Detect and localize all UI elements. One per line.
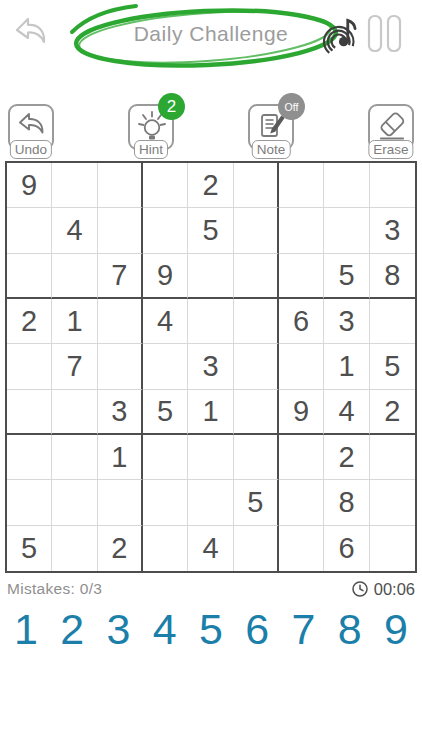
cell-r1c9[interactable] [370,163,415,208]
undo-label: Undo [10,140,52,159]
cell-r1c5[interactable]: 2 [188,163,233,208]
numpad-key-6[interactable]: 6 [244,599,270,659]
cell-r5c1[interactable] [7,344,52,389]
cell-r8c3[interactable] [98,480,143,525]
cell-r7c3[interactable]: 1 [98,435,143,480]
cell-r7c8[interactable]: 2 [324,435,369,480]
cell-r6c6[interactable] [234,390,279,435]
sudoku-app: Daily Challenge Un [0,0,422,750]
erase-label: Erase [368,140,413,159]
cell-r2c4[interactable] [143,208,188,253]
cell-r3c2[interactable] [52,254,97,299]
cell-r2c6[interactable] [234,208,279,253]
undo-button[interactable]: Undo [8,104,54,150]
cell-r4c5[interactable] [188,299,233,344]
cell-r9c6[interactable] [234,526,279,571]
cell-r6c1[interactable] [7,390,52,435]
cell-r4c4[interactable]: 4 [143,299,188,344]
cell-r1c3[interactable] [98,163,143,208]
cell-r1c4[interactable] [143,163,188,208]
cell-r9c3[interactable]: 2 [98,526,143,571]
cell-r5c4[interactable] [143,344,188,389]
erase-button[interactable]: Erase [368,104,414,150]
cell-r4c2[interactable]: 1 [52,299,97,344]
cell-r7c6[interactable] [234,435,279,480]
cell-r3c8[interactable]: 5 [324,254,369,299]
hint-button[interactable]: 2 Hint [128,104,174,150]
cell-r6c9[interactable]: 2 [370,390,415,435]
cell-r4c8[interactable]: 3 [324,299,369,344]
hint-count-badge: 2 [158,93,185,120]
music-button[interactable] [320,10,364,58]
note-off-badge: Off [278,93,305,120]
cell-r6c4[interactable]: 5 [143,390,188,435]
cell-r7c5[interactable] [188,435,233,480]
sudoku-grid: 92453795821463731535194212585246 [5,161,417,573]
cell-r5c5[interactable]: 3 [188,344,233,389]
cell-r9c7[interactable] [279,526,324,571]
note-button[interactable]: Off Note [248,104,294,150]
numpad-key-9[interactable]: 9 [383,599,409,659]
cell-r5c9[interactable]: 5 [370,344,415,389]
cell-r2c3[interactable] [98,208,143,253]
cell-r5c2[interactable]: 7 [52,344,97,389]
pause-icon [366,13,404,55]
cell-r8c7[interactable] [279,480,324,525]
cell-r4c9[interactable] [370,299,415,344]
cell-r9c9[interactable] [370,526,415,571]
cell-r8c6[interactable]: 5 [234,480,279,525]
numpad-key-7[interactable]: 7 [291,599,317,659]
clock-icon [351,580,369,598]
numpad-key-4[interactable]: 4 [152,599,178,659]
cell-r3c9[interactable]: 8 [370,254,415,299]
cell-r5c7[interactable] [279,344,324,389]
cell-r2c5[interactable]: 5 [188,208,233,253]
cell-r4c7[interactable]: 6 [279,299,324,344]
cell-r2c1[interactable] [7,208,52,253]
cell-r7c4[interactable] [143,435,188,480]
cell-r6c2[interactable] [52,390,97,435]
cell-r1c8[interactable] [324,163,369,208]
cell-r6c8[interactable]: 4 [324,390,369,435]
timer-value: 00:06 [374,580,415,599]
cell-r8c4[interactable] [143,480,188,525]
cell-r3c3[interactable]: 7 [98,254,143,299]
pause-button[interactable] [366,13,404,55]
cell-r9c2[interactable] [52,526,97,571]
cell-r6c7[interactable]: 9 [279,390,324,435]
cell-r6c3[interactable]: 3 [98,390,143,435]
cell-r8c8[interactable]: 8 [324,480,369,525]
cell-r7c7[interactable] [279,435,324,480]
cell-r9c1[interactable]: 5 [7,526,52,571]
numpad: 123456789 [0,598,422,660]
numpad-key-5[interactable]: 5 [198,599,224,659]
cell-r2c2[interactable]: 4 [52,208,97,253]
cell-r7c9[interactable] [370,435,415,480]
header: Daily Challenge [0,0,422,90]
cell-r8c1[interactable] [7,480,52,525]
numpad-key-3[interactable]: 3 [106,599,132,659]
hint-label: Hint [134,140,168,159]
cell-r5c6[interactable] [234,344,279,389]
cell-r5c3[interactable] [98,344,143,389]
cell-r7c2[interactable] [52,435,97,480]
cell-r8c5[interactable] [188,480,233,525]
cell-r1c1[interactable]: 9 [7,163,52,208]
cell-r8c2[interactable] [52,480,97,525]
cell-r3c4[interactable]: 9 [143,254,188,299]
cell-r2c9[interactable]: 3 [370,208,415,253]
cell-r6c5[interactable]: 1 [188,390,233,435]
numpad-key-1[interactable]: 1 [13,599,39,659]
cell-r1c7[interactable] [279,163,324,208]
toolbar: Undo 2 Hint [8,104,414,162]
cell-r4c6[interactable] [234,299,279,344]
cell-r3c5[interactable] [188,254,233,299]
cell-r2c7[interactable] [279,208,324,253]
cell-r1c2[interactable] [52,163,97,208]
cell-r9c5[interactable]: 4 [188,526,233,571]
numpad-key-8[interactable]: 8 [337,599,363,659]
timer: 00:06 [351,580,415,599]
cell-r5c8[interactable]: 1 [324,344,369,389]
cell-r3c6[interactable] [234,254,279,299]
cell-r8c9[interactable] [370,480,415,525]
cell-r2c8[interactable] [324,208,369,253]
numpad-key-2[interactable]: 2 [59,599,85,659]
music-note-icon [320,10,364,58]
mistakes-counter: Mistakes: 0/3 [7,580,102,598]
cell-r9c4[interactable] [143,526,188,571]
note-label: Note [252,140,291,159]
cell-r3c1[interactable] [7,254,52,299]
cell-r4c3[interactable] [98,299,143,344]
cell-r9c8[interactable]: 6 [324,526,369,571]
cell-r1c6[interactable] [234,163,279,208]
cell-r7c1[interactable] [7,435,52,480]
cell-r3c7[interactable] [279,254,324,299]
cell-r4c1[interactable]: 2 [7,299,52,344]
